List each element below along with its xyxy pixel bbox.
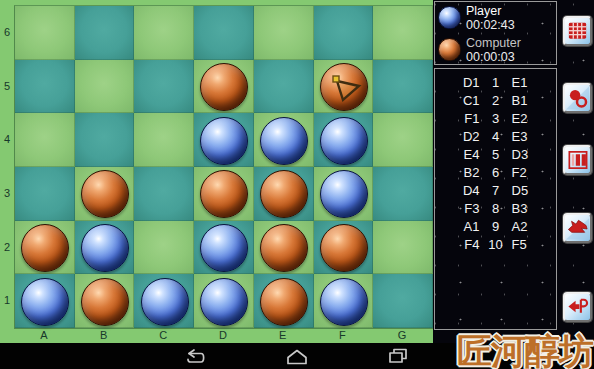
blue-marble[interactable] bbox=[141, 278, 189, 326]
move-row: F13E2 bbox=[435, 110, 556, 128]
cell-G3[interactable] bbox=[373, 167, 433, 221]
home-icon bbox=[285, 348, 309, 365]
move-row: F410F5 bbox=[435, 236, 556, 254]
cell-B6[interactable] bbox=[75, 6, 135, 60]
blue-marble[interactable] bbox=[21, 278, 69, 326]
cell-G1[interactable] bbox=[373, 274, 433, 328]
cell-B5[interactable] bbox=[75, 60, 135, 114]
blue-marble[interactable] bbox=[81, 224, 129, 272]
cell-D1[interactable] bbox=[194, 274, 254, 328]
col-label-B: B bbox=[74, 327, 134, 343]
player-clock-row: Player 00:02:43 bbox=[435, 2, 556, 34]
move-row: A19A2 bbox=[435, 218, 556, 236]
column-labels: ABCDEFG bbox=[14, 327, 432, 343]
row-label-1: 1 bbox=[0, 273, 14, 327]
cell-A4[interactable] bbox=[15, 113, 75, 167]
cell-C5[interactable] bbox=[134, 60, 194, 114]
move-row: D47D5 bbox=[435, 182, 556, 200]
grid-board-button[interactable] bbox=[563, 16, 592, 46]
clock-panel: Player 00:02:43 Computer 00:00:03 bbox=[434, 1, 557, 65]
cell-C1[interactable] bbox=[134, 274, 194, 328]
col-label-G: G bbox=[372, 327, 432, 343]
col-label-E: E bbox=[253, 327, 313, 343]
computer-time: 00:00:03 bbox=[466, 50, 521, 64]
cell-E1[interactable] bbox=[254, 274, 314, 328]
col-label-F: F bbox=[313, 327, 373, 343]
cell-B3[interactable] bbox=[75, 167, 135, 221]
cell-E3[interactable] bbox=[254, 167, 314, 221]
row-label-2: 2 bbox=[0, 220, 14, 274]
player-name: Player bbox=[466, 4, 515, 18]
cell-C2[interactable] bbox=[134, 221, 194, 275]
side-panel: Player 00:02:43 Computer 00:00:03 D11E1C… bbox=[433, 0, 594, 343]
blue-marble[interactable] bbox=[200, 278, 248, 326]
back-button[interactable] bbox=[166, 343, 226, 369]
android-nav-bar bbox=[0, 343, 594, 369]
cell-D5[interactable] bbox=[194, 60, 254, 114]
cell-A5[interactable] bbox=[15, 60, 75, 114]
col-label-D: D bbox=[193, 327, 253, 343]
undo-button[interactable] bbox=[563, 292, 592, 322]
pause-bars-icon bbox=[566, 148, 589, 172]
marble-ring-icon bbox=[566, 86, 589, 110]
computer-clock-row: Computer 00:00:03 bbox=[435, 34, 556, 66]
cell-E4[interactable] bbox=[254, 113, 314, 167]
col-label-C: C bbox=[133, 327, 193, 343]
cell-E2[interactable] bbox=[254, 221, 314, 275]
cell-A1[interactable] bbox=[15, 274, 75, 328]
cell-D6[interactable] bbox=[194, 6, 254, 60]
blue-marble[interactable] bbox=[320, 170, 368, 218]
move-row: C12B1 bbox=[435, 92, 556, 110]
player-time: 00:02:43 bbox=[466, 18, 515, 32]
cell-C3[interactable] bbox=[134, 167, 194, 221]
move-row: D11E1 bbox=[435, 74, 556, 92]
cell-F2[interactable] bbox=[314, 221, 374, 275]
move-list: D11E1C12B1F13E2D24E3E45D3B26F2D47D5F38B3… bbox=[435, 69, 556, 254]
move-row: B26F2 bbox=[435, 164, 556, 182]
undo-arrow-p-icon bbox=[566, 295, 589, 319]
move-row: F38B3 bbox=[435, 200, 556, 218]
cell-G4[interactable] bbox=[373, 113, 433, 167]
row-label-5: 5 bbox=[0, 59, 14, 113]
orange-marble[interactable] bbox=[81, 170, 129, 218]
pause-bars-button[interactable] bbox=[563, 145, 592, 175]
home-button[interactable] bbox=[267, 343, 327, 369]
orange-marble[interactable] bbox=[81, 278, 129, 326]
cell-A3[interactable] bbox=[15, 167, 75, 221]
blue-marble[interactable] bbox=[200, 117, 248, 165]
row-label-4: 4 bbox=[0, 112, 14, 166]
blue-marble[interactable] bbox=[320, 117, 368, 165]
cell-F6[interactable] bbox=[314, 6, 374, 60]
cell-E6[interactable] bbox=[254, 6, 314, 60]
cell-B4[interactable] bbox=[75, 113, 135, 167]
marble-ring-button[interactable] bbox=[563, 83, 592, 113]
cell-G5[interactable] bbox=[373, 60, 433, 114]
cell-D2[interactable] bbox=[194, 221, 254, 275]
cell-F1[interactable] bbox=[314, 274, 374, 328]
cell-F5[interactable] bbox=[314, 60, 374, 114]
back-icon bbox=[183, 348, 209, 365]
cell-C4[interactable] bbox=[134, 113, 194, 167]
cell-F4[interactable] bbox=[314, 113, 374, 167]
orange-marble[interactable] bbox=[260, 170, 308, 218]
grid-board-icon bbox=[566, 19, 589, 43]
move-row: D24E3 bbox=[435, 128, 556, 146]
cell-A6[interactable] bbox=[15, 6, 75, 60]
app-screen: 654321 ABCDEFG Player 00:02:43 Comput bbox=[0, 0, 594, 369]
computer-marble-icon bbox=[438, 38, 461, 61]
orange-marble[interactable] bbox=[320, 63, 368, 111]
cell-G2[interactable] bbox=[373, 221, 433, 275]
cell-B2[interactable] bbox=[75, 221, 135, 275]
recents-button[interactable] bbox=[368, 343, 428, 369]
recents-icon bbox=[386, 347, 410, 365]
game-board: 654321 ABCDEFG bbox=[0, 0, 433, 343]
move-row: E45D3 bbox=[435, 146, 556, 164]
orange-marble[interactable] bbox=[200, 63, 248, 111]
cell-D4[interactable] bbox=[194, 113, 254, 167]
red-knight-icon bbox=[566, 216, 589, 240]
orange-marble[interactable] bbox=[320, 224, 368, 272]
red-knight-button[interactable] bbox=[563, 213, 592, 243]
orange-marble[interactable] bbox=[200, 170, 248, 218]
cell-B1[interactable] bbox=[75, 274, 135, 328]
blue-marble[interactable] bbox=[260, 117, 308, 165]
row-label-6: 6 bbox=[0, 5, 14, 59]
orange-marble[interactable] bbox=[260, 278, 308, 326]
move-list-panel[interactable]: D11E1C12B1F13E2D24E3E45D3B26F2D47D5F38B3… bbox=[434, 68, 557, 330]
cell-F3[interactable] bbox=[314, 167, 374, 221]
cell-G6[interactable] bbox=[373, 6, 433, 60]
board-squares[interactable] bbox=[14, 5, 433, 329]
col-label-A: A bbox=[14, 327, 74, 343]
orange-marble[interactable] bbox=[21, 224, 69, 272]
computer-name: Computer bbox=[466, 36, 521, 50]
cell-C6[interactable] bbox=[134, 6, 194, 60]
cell-A2[interactable] bbox=[15, 221, 75, 275]
cell-E5[interactable] bbox=[254, 60, 314, 114]
cell-D3[interactable] bbox=[194, 167, 254, 221]
blue-marble[interactable] bbox=[200, 224, 248, 272]
orange-marble[interactable] bbox=[260, 224, 308, 272]
row-labels: 654321 bbox=[0, 5, 14, 327]
row-label-3: 3 bbox=[0, 166, 14, 220]
blue-marble[interactable] bbox=[320, 278, 368, 326]
player-marble-icon bbox=[438, 6, 461, 29]
